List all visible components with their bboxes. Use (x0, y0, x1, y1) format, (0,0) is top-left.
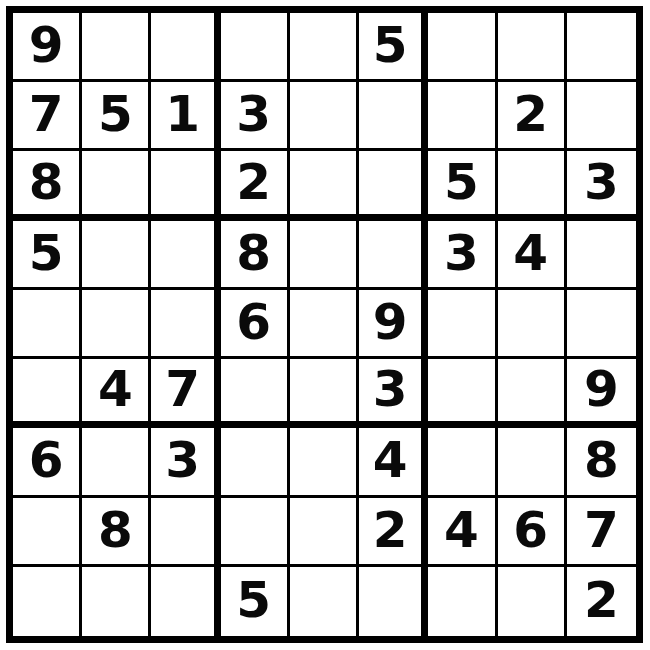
cell-r5c2[interactable] (82, 290, 151, 359)
cell-r1c2[interactable] (82, 13, 151, 82)
cell-r6c3[interactable]: 7 (151, 359, 220, 428)
given-digit: 5 (98, 89, 133, 139)
cell-r8c9[interactable]: 7 (567, 498, 636, 567)
given-digit: 3 (584, 157, 619, 207)
cell-r2c5[interactable] (290, 82, 359, 151)
cell-r3c3[interactable] (151, 151, 220, 220)
cell-r3c8[interactable] (498, 151, 567, 220)
cell-r1c5[interactable] (290, 13, 359, 82)
cell-r1c6[interactable]: 5 (359, 13, 428, 82)
cell-r1c8[interactable] (498, 13, 567, 82)
given-digit: 2 (584, 575, 619, 625)
cell-r7c3[interactable]: 3 (151, 428, 220, 497)
given-digit: 4 (444, 505, 479, 555)
given-digit: 3 (444, 228, 479, 278)
cell-r9c4[interactable]: 5 (221, 567, 290, 636)
given-digit: 9 (29, 20, 64, 70)
cell-r1c9[interactable] (567, 13, 636, 82)
sudoku-board: 95751328253583469473963488246752 (6, 6, 643, 643)
cell-r8c4[interactable] (221, 498, 290, 567)
cell-r7c5[interactable] (290, 428, 359, 497)
cell-r4c2[interactable] (82, 221, 151, 290)
given-digit: 7 (584, 505, 619, 555)
cell-r1c4[interactable] (221, 13, 290, 82)
cell-r1c3[interactable] (151, 13, 220, 82)
given-digit: 7 (165, 364, 200, 414)
cell-r4c1[interactable]: 5 (13, 221, 82, 290)
cell-r2c6[interactable] (359, 82, 428, 151)
cell-r3c5[interactable] (290, 151, 359, 220)
given-digit: 9 (373, 297, 408, 347)
given-digit: 8 (29, 157, 64, 207)
cell-r6c7[interactable] (428, 359, 497, 428)
cell-r4c6[interactable] (359, 221, 428, 290)
cell-r3c6[interactable] (359, 151, 428, 220)
cell-r5c6[interactable]: 9 (359, 290, 428, 359)
cell-r6c1[interactable] (13, 359, 82, 428)
cell-r8c5[interactable] (290, 498, 359, 567)
cell-r9c9[interactable]: 2 (567, 567, 636, 636)
cell-r4c3[interactable] (151, 221, 220, 290)
cell-r2c7[interactable] (428, 82, 497, 151)
given-digit: 8 (98, 505, 133, 555)
cell-r2c9[interactable] (567, 82, 636, 151)
cell-r7c7[interactable] (428, 428, 497, 497)
cell-r7c1[interactable]: 6 (13, 428, 82, 497)
cell-r7c8[interactable] (498, 428, 567, 497)
cell-r7c4[interactable] (221, 428, 290, 497)
given-digit: 4 (373, 435, 408, 485)
given-digit: 4 (513, 228, 548, 278)
cell-r8c3[interactable] (151, 498, 220, 567)
cell-r4c8[interactable]: 4 (498, 221, 567, 290)
cell-r9c5[interactable] (290, 567, 359, 636)
cell-r9c6[interactable] (359, 567, 428, 636)
cell-r5c1[interactable] (13, 290, 82, 359)
cell-r2c8[interactable]: 2 (498, 82, 567, 151)
cell-r4c7[interactable]: 3 (428, 221, 497, 290)
cell-r9c3[interactable] (151, 567, 220, 636)
cell-r2c3[interactable]: 1 (151, 82, 220, 151)
given-digit: 3 (165, 435, 200, 485)
cell-r2c2[interactable]: 5 (82, 82, 151, 151)
cell-r8c2[interactable]: 8 (82, 498, 151, 567)
cell-r6c9[interactable]: 9 (567, 359, 636, 428)
cell-r9c1[interactable] (13, 567, 82, 636)
given-digit: 2 (373, 505, 408, 555)
given-digit: 3 (236, 89, 271, 139)
given-digit: 8 (236, 228, 271, 278)
cell-r1c7[interactable] (428, 13, 497, 82)
cell-r8c6[interactable]: 2 (359, 498, 428, 567)
given-digit: 3 (373, 364, 408, 414)
cell-r9c2[interactable] (82, 567, 151, 636)
cell-r7c2[interactable] (82, 428, 151, 497)
given-digit: 8 (584, 435, 619, 485)
given-digit: 6 (29, 435, 64, 485)
cell-r3c1[interactable]: 8 (13, 151, 82, 220)
cell-r6c2[interactable]: 4 (82, 359, 151, 428)
cell-r8c7[interactable]: 4 (428, 498, 497, 567)
cell-r6c6[interactable]: 3 (359, 359, 428, 428)
cell-r5c7[interactable] (428, 290, 497, 359)
cell-r2c4[interactable]: 3 (221, 82, 290, 151)
cell-r3c2[interactable] (82, 151, 151, 220)
given-digit: 6 (513, 505, 548, 555)
cell-r7c9[interactable]: 8 (567, 428, 636, 497)
given-digit: 5 (236, 575, 271, 625)
cell-r5c5[interactable] (290, 290, 359, 359)
given-digit: 7 (29, 89, 64, 139)
cell-r5c4[interactable]: 6 (221, 290, 290, 359)
cell-r8c1[interactable] (13, 498, 82, 567)
cell-r8c8[interactable]: 6 (498, 498, 567, 567)
cell-r4c9[interactable] (567, 221, 636, 290)
cell-r5c8[interactable] (498, 290, 567, 359)
given-digit: 2 (236, 157, 271, 207)
cell-r7c6[interactable]: 4 (359, 428, 428, 497)
cell-r6c8[interactable] (498, 359, 567, 428)
cell-r5c9[interactable] (567, 290, 636, 359)
given-digit: 6 (236, 297, 271, 347)
cell-r3c4[interactable]: 2 (221, 151, 290, 220)
cell-r4c4[interactable]: 8 (221, 221, 290, 290)
cell-r9c7[interactable] (428, 567, 497, 636)
given-digit: 4 (98, 364, 133, 414)
cell-r5c3[interactable] (151, 290, 220, 359)
cell-r3c7[interactable]: 5 (428, 151, 497, 220)
page: 95751328253583469473963488246752 (0, 0, 650, 650)
cell-r4c5[interactable] (290, 221, 359, 290)
cell-r1c1[interactable]: 9 (13, 13, 82, 82)
given-digit: 5 (373, 20, 408, 70)
cell-r2c1[interactable]: 7 (13, 82, 82, 151)
given-digit: 2 (513, 89, 548, 139)
cell-r3c9[interactable]: 3 (567, 151, 636, 220)
given-digit: 9 (584, 364, 619, 414)
cell-r6c5[interactable] (290, 359, 359, 428)
cell-r9c8[interactable] (498, 567, 567, 636)
given-digit: 1 (165, 89, 200, 139)
given-digit: 5 (29, 228, 64, 278)
given-digit: 5 (444, 157, 479, 207)
cell-r6c4[interactable] (221, 359, 290, 428)
